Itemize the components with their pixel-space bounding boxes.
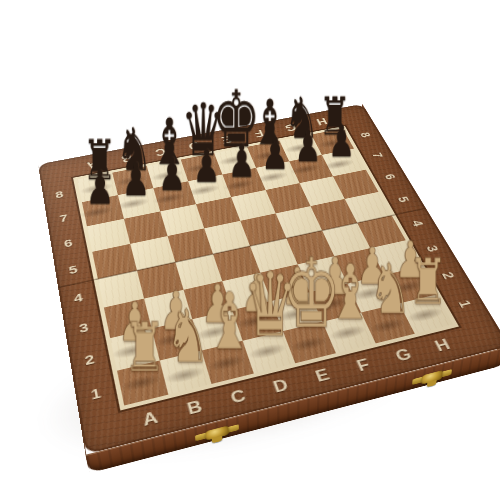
chess-board-scene: AABBCCDDEEFFGGHH1122334455667788 ♜♞♝♛♚♝♞…: [60, 46, 440, 426]
rank-label-left-4: 4: [58, 280, 99, 317]
photo-backdrop: AABBCCDDEEFFGGHH1122334455667788 ♜♞♝♛♚♝♞…: [0, 0, 500, 500]
chess-board-box: AABBCCDDEEFFGGHH1122334455667788 ♜♞♝♛♚♝♞…: [38, 104, 500, 455]
rank-label-right-6-text: 6: [372, 171, 408, 183]
rank-label-right-7-text: 7: [360, 150, 395, 161]
rook-glyph: ♜: [106, 313, 183, 381]
rank-label-right-5-text: 5: [385, 193, 422, 206]
rank-label-right-8-text: 8: [349, 130, 383, 141]
rank-label-left-5: 5: [54, 253, 94, 288]
rank-label-right-4-text: 4: [399, 217, 437, 230]
